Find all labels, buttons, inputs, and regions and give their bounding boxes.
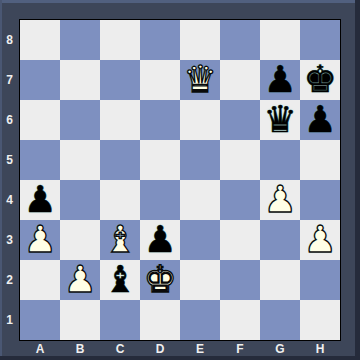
square-g4[interactable]: ♟ xyxy=(260,180,300,220)
square-c4[interactable] xyxy=(100,180,140,220)
square-f4[interactable] xyxy=(220,180,260,220)
square-g2[interactable] xyxy=(260,260,300,300)
square-c1[interactable] xyxy=(100,300,140,340)
file-label-a: A xyxy=(20,341,60,356)
square-g5[interactable] xyxy=(260,140,300,180)
square-a8[interactable] xyxy=(20,20,60,60)
frame-bevel-bottom xyxy=(0,356,360,360)
square-b5[interactable] xyxy=(60,140,100,180)
square-d7[interactable] xyxy=(140,60,180,100)
square-e5[interactable] xyxy=(180,140,220,180)
piece-white-king-d2[interactable]: ♚ xyxy=(140,260,180,300)
square-f2[interactable] xyxy=(220,260,260,300)
square-h4[interactable] xyxy=(300,180,340,220)
square-e2[interactable] xyxy=(180,260,220,300)
square-a6[interactable] xyxy=(20,100,60,140)
square-g8[interactable] xyxy=(260,20,300,60)
rank-label-5: 5 xyxy=(0,140,19,180)
square-a5[interactable] xyxy=(20,140,60,180)
square-a3[interactable]: ♟ xyxy=(20,220,60,260)
file-label-d: D xyxy=(140,341,180,356)
piece-white-pawn-g4[interactable]: ♟ xyxy=(260,180,300,220)
file-label-h: H xyxy=(300,341,340,356)
square-e3[interactable] xyxy=(180,220,220,260)
square-h1[interactable] xyxy=(300,300,340,340)
square-h6[interactable]: ♟ xyxy=(300,100,340,140)
square-h2[interactable] xyxy=(300,260,340,300)
file-labels: ABCDEFGH xyxy=(20,341,340,356)
square-b3[interactable] xyxy=(60,220,100,260)
square-f7[interactable] xyxy=(220,60,260,100)
rank-label-6: 6 xyxy=(0,100,19,140)
piece-black-king-h7[interactable]: ♚ xyxy=(300,60,340,100)
square-a2[interactable] xyxy=(20,260,60,300)
square-b7[interactable] xyxy=(60,60,100,100)
square-e1[interactable] xyxy=(180,300,220,340)
piece-white-queen-e7[interactable]: ♛ xyxy=(180,60,220,100)
square-f8[interactable] xyxy=(220,20,260,60)
frame-bevel-right xyxy=(355,0,360,360)
square-f5[interactable] xyxy=(220,140,260,180)
square-d6[interactable] xyxy=(140,100,180,140)
square-h3[interactable]: ♟ xyxy=(300,220,340,260)
board-frame: 87654321 ♛♟♚♛♟♟♟♟♝♟♟♟♝♚ ABCDEFGH xyxy=(0,0,360,360)
square-h7[interactable]: ♚ xyxy=(300,60,340,100)
square-d4[interactable] xyxy=(140,180,180,220)
square-d8[interactable] xyxy=(140,20,180,60)
piece-black-pawn-d3[interactable]: ♟ xyxy=(140,220,180,260)
piece-black-pawn-g7[interactable]: ♟ xyxy=(260,60,300,100)
square-b2[interactable]: ♟ xyxy=(60,260,100,300)
square-a4[interactable]: ♟ xyxy=(20,180,60,220)
square-a1[interactable] xyxy=(20,300,60,340)
square-f6[interactable] xyxy=(220,100,260,140)
square-c2[interactable]: ♝ xyxy=(100,260,140,300)
piece-white-pawn-b2[interactable]: ♟ xyxy=(60,260,100,300)
file-label-e: E xyxy=(180,341,220,356)
square-d3[interactable]: ♟ xyxy=(140,220,180,260)
square-g6[interactable]: ♛ xyxy=(260,100,300,140)
chess-board: ♛♟♚♛♟♟♟♟♝♟♟♟♝♚ xyxy=(19,19,341,341)
square-h8[interactable] xyxy=(300,20,340,60)
rank-label-8: 8 xyxy=(0,20,19,60)
square-g1[interactable] xyxy=(260,300,300,340)
square-e6[interactable] xyxy=(180,100,220,140)
square-c8[interactable] xyxy=(100,20,140,60)
square-e4[interactable] xyxy=(180,180,220,220)
square-d5[interactable] xyxy=(140,140,180,180)
square-b6[interactable] xyxy=(60,100,100,140)
square-b1[interactable] xyxy=(60,300,100,340)
rank-label-3: 3 xyxy=(0,220,19,260)
piece-black-pawn-h6[interactable]: ♟ xyxy=(300,100,340,140)
piece-white-pawn-h3[interactable]: ♟ xyxy=(300,220,340,260)
square-c7[interactable] xyxy=(100,60,140,100)
square-d1[interactable] xyxy=(140,300,180,340)
square-c6[interactable] xyxy=(100,100,140,140)
piece-white-bishop-c3[interactable]: ♝ xyxy=(100,220,140,260)
piece-black-bishop-c2[interactable]: ♝ xyxy=(100,260,140,300)
rank-label-1: 1 xyxy=(0,300,19,340)
piece-black-pawn-a4[interactable]: ♟ xyxy=(20,180,60,220)
file-label-c: C xyxy=(100,341,140,356)
square-g7[interactable]: ♟ xyxy=(260,60,300,100)
square-f1[interactable] xyxy=(220,300,260,340)
rank-label-7: 7 xyxy=(0,60,19,100)
frame-bevel-top xyxy=(0,0,360,3)
rank-label-2: 2 xyxy=(0,260,19,300)
square-d2[interactable]: ♚ xyxy=(140,260,180,300)
square-h5[interactable] xyxy=(300,140,340,180)
square-g3[interactable] xyxy=(260,220,300,260)
square-f3[interactable] xyxy=(220,220,260,260)
piece-white-pawn-a3[interactable]: ♟ xyxy=(20,220,60,260)
square-c5[interactable] xyxy=(100,140,140,180)
piece-black-queen-g6[interactable]: ♛ xyxy=(260,100,300,140)
file-label-g: G xyxy=(260,341,300,356)
file-label-b: B xyxy=(60,341,100,356)
square-a7[interactable] xyxy=(20,60,60,100)
rank-label-4: 4 xyxy=(0,180,19,220)
square-c3[interactable]: ♝ xyxy=(100,220,140,260)
square-b4[interactable] xyxy=(60,180,100,220)
rank-labels: 87654321 xyxy=(0,20,19,340)
square-e7[interactable]: ♛ xyxy=(180,60,220,100)
square-b8[interactable] xyxy=(60,20,100,60)
square-e8[interactable] xyxy=(180,20,220,60)
file-label-f: F xyxy=(220,341,260,356)
